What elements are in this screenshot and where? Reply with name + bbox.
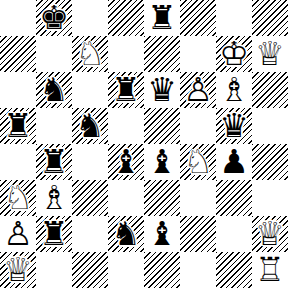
square-e1[interactable] <box>144 252 180 288</box>
piece-white-bishop: ♗ <box>219 72 249 108</box>
square-h7[interactable]: ♛♕ <box>252 36 288 72</box>
piece-black-rook: ♜ <box>147 0 177 36</box>
square-c1[interactable] <box>72 252 108 288</box>
piece-black-bishop: ♝ <box>147 216 177 252</box>
piece-white-queen: ♕ <box>255 216 285 252</box>
piece-halo: ♛ <box>255 216 285 252</box>
piece-halo: ♜ <box>147 0 177 36</box>
square-c4[interactable] <box>72 144 108 180</box>
square-b6[interactable]: ♞♞ <box>36 72 72 108</box>
square-c5[interactable]: ♞♞ <box>72 108 108 144</box>
square-g1[interactable] <box>216 252 252 288</box>
square-a4[interactable] <box>0 144 36 180</box>
square-c6[interactable] <box>72 72 108 108</box>
square-g2[interactable] <box>216 216 252 252</box>
piece-halo: ♚ <box>219 36 249 72</box>
square-a3[interactable]: ♞♘ <box>0 180 36 216</box>
square-f2[interactable] <box>180 216 216 252</box>
piece-black-bishop: ♝ <box>147 144 177 180</box>
piece-white-pawn: ♙ <box>3 216 33 252</box>
piece-black-queen: ♛ <box>219 108 249 144</box>
piece-black-rook: ♜ <box>39 216 69 252</box>
piece-black-king: ♚ <box>39 0 69 36</box>
square-b7[interactable] <box>36 36 72 72</box>
piece-halo: ♟ <box>219 144 249 180</box>
square-f5[interactable] <box>180 108 216 144</box>
piece-black-knight: ♞ <box>111 216 141 252</box>
square-d1[interactable] <box>108 252 144 288</box>
piece-halo: ♞ <box>111 216 141 252</box>
square-h4[interactable] <box>252 144 288 180</box>
piece-halo: ♚ <box>39 0 69 36</box>
square-b2[interactable]: ♜♜ <box>36 216 72 252</box>
square-h6[interactable] <box>252 72 288 108</box>
square-b8[interactable]: ♚♚ <box>36 0 72 36</box>
square-f8[interactable] <box>180 0 216 36</box>
piece-black-bishop: ♝ <box>111 144 141 180</box>
square-h8[interactable] <box>252 0 288 36</box>
piece-black-rook: ♜ <box>111 72 141 108</box>
square-a6[interactable] <box>0 72 36 108</box>
square-a1[interactable]: ♛♕ <box>0 252 36 288</box>
piece-halo: ♛ <box>219 108 249 144</box>
piece-black-knight: ♞ <box>75 108 105 144</box>
square-e7[interactable] <box>144 36 180 72</box>
piece-black-rook: ♜ <box>3 108 33 144</box>
piece-white-king: ♔ <box>219 36 249 72</box>
square-d4[interactable]: ♝♝ <box>108 144 144 180</box>
square-g3[interactable] <box>216 180 252 216</box>
square-a8[interactable] <box>0 0 36 36</box>
piece-black-knight: ♞ <box>39 72 69 108</box>
square-b5[interactable] <box>36 108 72 144</box>
piece-black-queen: ♛ <box>147 72 177 108</box>
square-f6[interactable]: ♟♙ <box>180 72 216 108</box>
piece-halo: ♝ <box>39 180 69 216</box>
square-h3[interactable] <box>252 180 288 216</box>
piece-halo: ♜ <box>255 252 285 288</box>
piece-white-knight: ♘ <box>75 36 105 72</box>
piece-halo: ♟ <box>183 72 213 108</box>
square-g7[interactable]: ♚♔ <box>216 36 252 72</box>
piece-white-pawn: ♙ <box>183 72 213 108</box>
square-d6[interactable]: ♜♜ <box>108 72 144 108</box>
square-h1[interactable]: ♜♖ <box>252 252 288 288</box>
square-d5[interactable] <box>108 108 144 144</box>
square-d8[interactable] <box>108 0 144 36</box>
piece-halo: ♜ <box>39 216 69 252</box>
square-b4[interactable]: ♜♜ <box>36 144 72 180</box>
square-a5[interactable]: ♜♜ <box>0 108 36 144</box>
piece-halo: ♛ <box>3 252 33 288</box>
square-a7[interactable] <box>0 36 36 72</box>
square-e6[interactable]: ♛♛ <box>144 72 180 108</box>
piece-white-queen: ♕ <box>255 36 285 72</box>
square-h5[interactable] <box>252 108 288 144</box>
square-f1[interactable] <box>180 252 216 288</box>
piece-black-pawn: ♟ <box>219 144 249 180</box>
piece-halo: ♝ <box>147 144 177 180</box>
square-e3[interactable] <box>144 180 180 216</box>
piece-halo: ♜ <box>3 108 33 144</box>
piece-halo: ♞ <box>183 144 213 180</box>
square-e5[interactable] <box>144 108 180 144</box>
piece-halo: ♞ <box>39 72 69 108</box>
square-b3[interactable]: ♝♗ <box>36 180 72 216</box>
square-e4[interactable]: ♝♝ <box>144 144 180 180</box>
square-d3[interactable] <box>108 180 144 216</box>
square-d7[interactable] <box>108 36 144 72</box>
square-e8[interactable]: ♜♜ <box>144 0 180 36</box>
square-c8[interactable] <box>72 0 108 36</box>
square-h2[interactable]: ♛♕ <box>252 216 288 252</box>
piece-black-rook: ♜ <box>39 144 69 180</box>
piece-halo: ♝ <box>219 72 249 108</box>
square-g5[interactable]: ♛♛ <box>216 108 252 144</box>
piece-halo: ♜ <box>39 144 69 180</box>
piece-white-knight: ♘ <box>183 144 213 180</box>
square-e2[interactable]: ♝♝ <box>144 216 180 252</box>
piece-halo: ♞ <box>3 180 33 216</box>
square-f4[interactable]: ♞♘ <box>180 144 216 180</box>
square-f3[interactable] <box>180 180 216 216</box>
piece-halo: ♛ <box>255 36 285 72</box>
square-b1[interactable] <box>36 252 72 288</box>
chess-board: ♚♚♜♜♞♘♚♔♛♕♞♞♜♜♛♛♟♙♝♗♜♜♞♞♛♛♜♜♝♝♝♝♞♘♟♟♞♘♝♗… <box>0 0 288 288</box>
piece-halo: ♞ <box>75 36 105 72</box>
square-g6[interactable]: ♝♗ <box>216 72 252 108</box>
square-g4[interactable]: ♟♟ <box>216 144 252 180</box>
piece-halo: ♝ <box>147 216 177 252</box>
square-a2[interactable]: ♟♙ <box>0 216 36 252</box>
piece-white-queen: ♕ <box>3 252 33 288</box>
piece-halo: ♝ <box>111 144 141 180</box>
piece-halo: ♜ <box>111 72 141 108</box>
square-f7[interactable] <box>180 36 216 72</box>
piece-white-rook: ♖ <box>255 252 285 288</box>
square-c2[interactable] <box>72 216 108 252</box>
piece-halo: ♞ <box>75 108 105 144</box>
piece-white-knight: ♘ <box>3 180 33 216</box>
piece-white-bishop: ♗ <box>39 180 69 216</box>
square-c3[interactable] <box>72 180 108 216</box>
piece-halo: ♟ <box>3 216 33 252</box>
piece-halo: ♛ <box>147 72 177 108</box>
square-c7[interactable]: ♞♘ <box>72 36 108 72</box>
square-d2[interactable]: ♞♞ <box>108 216 144 252</box>
square-g8[interactable] <box>216 0 252 36</box>
